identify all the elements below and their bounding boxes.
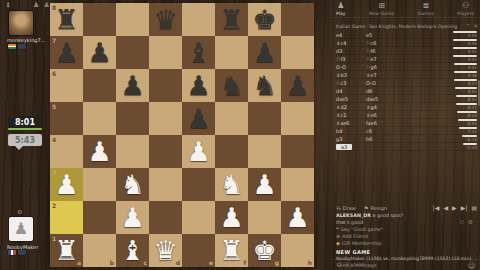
square-e6[interactable]: ♟ (182, 69, 215, 102)
white-move[interactable]: ♗c1 (336, 112, 366, 118)
move-time: 9:50 (447, 55, 477, 62)
square-d2[interactable] (149, 201, 182, 234)
square-h2[interactable]: ♟ (281, 201, 314, 234)
move-row: O-O♘g69:45 (336, 63, 477, 71)
black-move[interactable]: h6 (366, 136, 396, 142)
black-move[interactable]: ♗g4 (366, 104, 396, 110)
time-value: 9:59 (468, 34, 477, 38)
resign-button[interactable]: ⚑ Resign (364, 205, 387, 211)
move-time: 8:52 (447, 95, 477, 102)
move-row: ♗c1♗e68:20 (336, 111, 477, 119)
square-f3[interactable]: ♞ (215, 168, 248, 201)
draw-icon: ½ (336, 205, 341, 211)
square-c6[interactable]: ♟ (116, 69, 149, 102)
square-c1[interactable]: ♝c (116, 234, 149, 267)
tab-label: Games (418, 11, 434, 16)
time-value: 9:27 (468, 82, 477, 86)
move-row: ♘f3♘e79:50 (336, 55, 477, 63)
square-h7[interactable] (281, 36, 314, 69)
square-g1[interactable]: ♚g (248, 234, 281, 267)
chat-text: a good spot? (371, 213, 403, 218)
white-knight-piece: ♞ (215, 168, 248, 201)
square-g5[interactable] (248, 102, 281, 135)
time-value: 9:54 (468, 50, 477, 54)
square-h8[interactable] (281, 3, 314, 36)
time-value: 7:32 (468, 130, 477, 134)
square-h3[interactable] (281, 168, 314, 201)
black-player-flags (8, 44, 26, 49)
move-time: 5:43 (447, 143, 477, 150)
move-time: 9:05 (447, 87, 477, 94)
white-pawn-piece: ♟ (116, 201, 149, 234)
black-pawn-piece: ♟ (248, 36, 281, 69)
square-d8[interactable]: ♛ (149, 3, 182, 36)
collapse-icon[interactable]: ⌃ (466, 23, 471, 29)
time-value: 8:20 (468, 114, 477, 118)
white-move[interactable]: d3 (336, 48, 366, 54)
square-b6[interactable] (83, 69, 116, 102)
time-value: 8:05 (468, 122, 477, 126)
black-clock: 8:01 (8, 116, 42, 128)
square-g2[interactable] (248, 201, 281, 234)
black-move[interactable]: O-O (366, 80, 396, 86)
square-a6[interactable]: 6 (50, 69, 83, 102)
white-move[interactable]: dxe5 (336, 96, 366, 102)
black-pawn-piece: ♟ (182, 102, 215, 135)
move-row: e4e59:59 (336, 31, 477, 39)
black-move[interactable]: c6 (366, 128, 396, 134)
time-value: 9:50 (468, 58, 477, 62)
square-c4[interactable] (116, 135, 149, 168)
rank-label: 3 (52, 170, 56, 176)
tab-new-game[interactable]: ⊞ New Game (369, 2, 394, 16)
first-move-button[interactable]: |◀ (433, 204, 440, 211)
white-knight-piece: ♞ (116, 168, 149, 201)
move-time: 9:45 (447, 63, 477, 70)
black-move[interactable]: ♗e7 (366, 72, 396, 78)
black-king-piece: ♚ (248, 3, 281, 36)
resign-flag-icon: ⚑ (364, 205, 368, 211)
chat-user-icon[interactable]: ⚇ (459, 219, 464, 225)
square-e3[interactable] (182, 168, 215, 201)
square-g4[interactable] (248, 135, 281, 168)
move-row: b4c67:32 (336, 127, 477, 135)
last-move-button[interactable]: ▶| (461, 204, 468, 211)
white-move[interactable]: g3 (336, 136, 366, 142)
black-pawn-piece: ♟ (182, 69, 215, 102)
square-f2[interactable]: ♟ (215, 201, 248, 234)
india-flag-icon (8, 44, 16, 49)
square-c3[interactable]: ♞ (116, 168, 149, 201)
square-d1[interactable]: ♛d (149, 234, 182, 267)
square-h1[interactable]: h (281, 234, 314, 267)
resign-label: Resign (370, 205, 387, 211)
square-c7[interactable] (116, 36, 149, 69)
square-b7[interactable]: ♟ (83, 36, 116, 69)
white-move[interactable]: ♗b3 (336, 72, 366, 78)
draw-button[interactable]: ½ Draw (336, 205, 356, 211)
square-e8[interactable] (182, 3, 215, 36)
square-g8[interactable]: ♚ (248, 3, 281, 36)
move-time: 9:54 (447, 47, 477, 54)
add-friend-icon: ⊕ (336, 233, 340, 240)
move-time: 8:37 (447, 103, 477, 110)
square-d5[interactable] (149, 102, 182, 135)
white-move[interactable]: ♘c3 (336, 80, 366, 86)
black-pawn-piece: ♟ (83, 36, 116, 69)
tab-games[interactable]: ≣ Games (418, 2, 434, 16)
square-c2[interactable]: ♟ (116, 201, 149, 234)
move-row: d3♘f69:54 (336, 47, 477, 55)
time-value: 9:56 (468, 42, 477, 46)
black-move[interactable]: dxe5 (366, 96, 396, 102)
square-e7[interactable]: ♝ (182, 36, 215, 69)
chat-settings-gear-icon[interactable]: ⚙ (468, 219, 473, 225)
time-value: 6:14 (468, 138, 477, 142)
black-move[interactable]: ♗e6 (366, 112, 396, 118)
move-time: 8:20 (447, 111, 477, 118)
rank-label: 6 (52, 71, 56, 77)
badge-icon (18, 44, 26, 49)
move-row: ♗b3♗e79:38 (336, 71, 477, 79)
move-time: 7:32 (447, 127, 477, 134)
move-navigation: |◀ ◀ ▶ ▶| ▤ (433, 204, 477, 211)
white-move[interactable]: ♘f3 (336, 56, 366, 62)
file-label: c (143, 260, 147, 266)
player-status-icon: ⚙ (17, 208, 22, 215)
square-d4[interactable] (149, 135, 182, 168)
time-value: 9:38 (468, 74, 477, 78)
square-f8[interactable]: ♜ (215, 3, 248, 36)
black-bishop-piece: ♝ (182, 36, 215, 69)
time-value: 9:05 (468, 90, 477, 94)
square-a7[interactable]: ♟7 (50, 36, 83, 69)
black-move[interactable]: ♘c6 (366, 40, 396, 46)
captured-pieces-right: ♟ ♟ (33, 1, 51, 9)
square-e2[interactable] (182, 201, 215, 234)
square-d6[interactable] (149, 69, 182, 102)
time-value: 5:43 (468, 146, 477, 150)
move-time: 6:14 (447, 135, 477, 142)
black-pawn-piece: ♟ (116, 69, 149, 102)
chat-input[interactable]: Send a message ☺ (332, 259, 480, 270)
rank-label: 7 (52, 38, 56, 44)
close-icon[interactable]: ✕ (473, 23, 478, 29)
chip-label: Say "Good game" (341, 226, 384, 233)
time-value: 9:45 (468, 66, 477, 70)
white-move[interactable]: O-O (336, 64, 366, 70)
quote-icon: ❝ (336, 226, 339, 233)
square-f1[interactable]: ♜f (215, 234, 248, 267)
square-b4[interactable]: ♟ (83, 135, 116, 168)
move-row: ♗c4♘c69:56 (336, 39, 477, 47)
white-pawn-piece: ♟ (83, 135, 116, 168)
black-move[interactable]: d6 (366, 88, 396, 94)
square-e4[interactable]: ♟ (182, 135, 215, 168)
file-label: e (209, 260, 213, 266)
move-row: ♘c3O-O9:27 (336, 79, 477, 87)
time-value: 8:52 (468, 98, 477, 102)
square-g7[interactable]: ♟ (248, 36, 281, 69)
tab-label: New Game (369, 11, 394, 16)
move-row: dxe5dxe58:52 (336, 95, 477, 103)
square-g6[interactable]: ♞ (248, 69, 281, 102)
square-a1[interactable]: ♜1a (50, 234, 83, 267)
square-h4[interactable] (281, 135, 314, 168)
move-time: 9:59 (447, 31, 477, 38)
players-icon: ⚇ (462, 2, 469, 10)
square-a2[interactable]: 2 (50, 201, 83, 234)
black-knight-piece: ♞ (215, 69, 248, 102)
badge-icon (18, 250, 26, 255)
white-pawn-piece: ♟ (182, 135, 215, 168)
file-label: b (110, 260, 114, 266)
file-label: f (243, 260, 246, 266)
move-row: g3h66:14 (336, 135, 477, 143)
square-a4[interactable]: 4 (50, 135, 83, 168)
square-a5[interactable]: 5 (50, 102, 83, 135)
white-move[interactable]: ♗c4 (336, 40, 366, 46)
white-move[interactable]: ♗d2 (336, 104, 366, 110)
square-a8[interactable]: ♜8 (50, 3, 83, 36)
square-b8[interactable] (83, 3, 116, 36)
rank-label: 8 (52, 5, 56, 11)
black-knight-piece: ♞ (248, 69, 281, 102)
chat-text: that's good (336, 220, 363, 225)
white-move[interactable]: d4 (336, 88, 366, 94)
tab-players[interactable]: ⚇ Players (457, 2, 474, 16)
prev-move-button[interactable]: ◀ (443, 204, 448, 211)
white-clock: 5:43 (8, 134, 42, 146)
tab-play[interactable]: ♟ Play (336, 2, 346, 16)
square-e1[interactable]: e (182, 234, 215, 267)
move-row: ♗d2♗g48:37 (336, 103, 477, 111)
square-b3[interactable] (83, 168, 116, 201)
square-f6[interactable]: ♞ (215, 69, 248, 102)
white-move[interactable]: e4 (336, 32, 366, 38)
black-move[interactable]: fxe6 (366, 120, 396, 126)
white-move[interactable]: b4 (336, 128, 366, 134)
opening-name: Italian Game: Two Knights, Modern Bishop… (336, 24, 476, 29)
add-friend-button[interactable]: ⊕ Add Friend (336, 233, 477, 240)
new-game-header: NEW GAME (336, 249, 477, 256)
square-d7[interactable] (149, 36, 182, 69)
square-h5[interactable] (281, 102, 314, 135)
file-label: d (176, 260, 180, 266)
move-time: 9:56 (447, 39, 477, 46)
black-player-name[interactable]: monkeyking7... (7, 37, 49, 43)
emoji-smiley-icon[interactable]: ☺ (468, 262, 475, 270)
white-pawn-piece: ♟ (248, 168, 281, 201)
square-e5[interactable]: ♟ (182, 102, 215, 135)
say-good-game-button[interactable]: ❝ Say "Good game" (336, 226, 477, 233)
square-c8[interactable] (116, 3, 149, 36)
square-c5[interactable] (116, 102, 149, 135)
avatar-black-player[interactable] (9, 11, 33, 35)
captured-pieces-left: ♝ (5, 1, 12, 9)
pawn-icon: ♟ (337, 2, 344, 10)
tab-label: Players (457, 11, 474, 16)
move-row: a35:43 (336, 143, 477, 151)
france-flag-icon (8, 250, 16, 255)
gift-membership-button[interactable]: ◆ Gift Membership (336, 240, 477, 247)
move-row: ♗xe6fxe68:05 (336, 119, 477, 127)
square-b2[interactable] (83, 201, 116, 234)
side-panel: ♟ Play ⊞ New Game ≣ Games ⚇ Players Ital… (332, 0, 480, 270)
square-f5[interactable] (215, 102, 248, 135)
move-time: 9:38 (447, 71, 477, 78)
square-b5[interactable] (83, 102, 116, 135)
next-move-button[interactable]: ▶ (452, 204, 457, 211)
chess-board[interactable]: ♜8♛♜♚♟7♟♝♟6♟♟♞♞♟5♟4♟♟♟3♞♞♟2♟♟♟♜1ab♝c♛de♜… (50, 3, 314, 267)
square-f4[interactable] (215, 135, 248, 168)
square-f7[interactable] (215, 36, 248, 69)
move-list[interactable]: e4e59:59♗c4♘c69:56d3♘f69:54♘f3♘e79:50O-O… (336, 31, 477, 151)
black-move[interactable]: e5 (366, 32, 396, 38)
move-row: d4d69:05 (336, 87, 477, 95)
chip-label: Add Friend (342, 233, 368, 240)
square-g3[interactable]: ♟ (248, 168, 281, 201)
chip-label: Gift Membership (342, 240, 382, 247)
tab-label: Play (336, 11, 346, 16)
white-pawn-piece: ♟ (281, 201, 314, 234)
square-a3[interactable]: ♟3 (50, 168, 83, 201)
black-pawn-piece: ♟ (281, 69, 314, 102)
chat-input-placeholder: Send a message (337, 263, 377, 268)
file-label: a (77, 260, 81, 266)
default-avatar-pawn-icon: ♟ (14, 221, 28, 237)
gift-icon: ◆ (336, 240, 340, 247)
white-player-flags (8, 250, 26, 255)
move-time: 9:27 (447, 79, 477, 86)
game-controls: ½ Draw ⚑ Resign |◀ ◀ ▶ ▶| ▤ (336, 204, 477, 211)
file-label: h (308, 260, 312, 266)
black-move[interactable]: ♘e7 (366, 56, 396, 62)
move-time: 8:05 (447, 119, 477, 126)
new-game-icon: ⊞ (378, 2, 385, 10)
time-value: 8:37 (468, 106, 477, 110)
rank-label: 4 (52, 137, 56, 143)
black-queen-piece: ♛ (149, 3, 182, 36)
white-move[interactable]: a3 (336, 144, 352, 150)
panel-tabs: ♟ Play ⊞ New Game ≣ Games ⚇ Players (332, 0, 480, 18)
chat-username[interactable]: ALEKSAN_DR (336, 213, 371, 218)
rank-label: 2 (52, 203, 56, 209)
avatar-white-player[interactable]: ♟ (9, 217, 33, 241)
square-b1[interactable]: b (83, 234, 116, 267)
menu-icon[interactable]: ▤ (471, 204, 477, 211)
draw-label: Draw (343, 205, 356, 211)
black-move[interactable]: ♘f6 (366, 48, 396, 54)
rank-label: 5 (52, 104, 56, 110)
games-list-icon: ≣ (422, 2, 429, 10)
square-h6[interactable]: ♟ (281, 69, 314, 102)
square-d3[interactable] (149, 168, 182, 201)
black-rook-piece: ♜ (215, 3, 248, 36)
black-move[interactable]: ♘g6 (366, 64, 396, 70)
white-pawn-piece: ♟ (215, 201, 248, 234)
white-move[interactable]: ♗xe6 (336, 120, 366, 126)
file-label: g (275, 260, 279, 266)
rank-label: 1 (52, 236, 56, 242)
